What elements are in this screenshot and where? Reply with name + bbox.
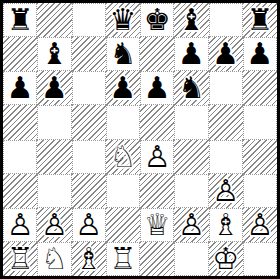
square-b6[interactable]: ♟ (37, 71, 71, 105)
black-knight: ♞ (178, 73, 205, 103)
square-g1[interactable]: ♔ (209, 242, 243, 276)
square-e1[interactable] (140, 242, 174, 276)
black-queen: ♛ (109, 5, 136, 35)
square-b7[interactable]: ♝ (37, 37, 71, 71)
black-pawn: ♟ (7, 73, 34, 103)
square-b3[interactable] (37, 174, 71, 208)
square-c8[interactable] (72, 3, 106, 37)
square-b2[interactable]: ♙ (37, 208, 71, 242)
square-d2[interactable] (106, 208, 140, 242)
square-g6[interactable] (209, 71, 243, 105)
square-a5[interactable] (3, 105, 37, 139)
white-pawn: ♙ (7, 210, 34, 240)
square-c5[interactable] (72, 105, 106, 139)
square-h8[interactable]: ♜ (243, 3, 277, 37)
square-g3[interactable]: ♙ (209, 174, 243, 208)
square-d4[interactable]: ♘ (106, 140, 140, 174)
square-g7[interactable]: ♟ (209, 37, 243, 71)
white-pawn: ♙ (41, 210, 68, 240)
black-pawn: ♟ (246, 39, 273, 69)
white-rook: ♖ (109, 244, 136, 274)
square-d6[interactable]: ♟ (106, 71, 140, 105)
square-e4[interactable]: ♙ (140, 140, 174, 174)
square-f1[interactable] (174, 242, 208, 276)
square-a3[interactable] (3, 174, 37, 208)
white-pawn: ♙ (212, 176, 239, 206)
white-rook: ♖ (7, 244, 34, 274)
white-pawn: ♙ (144, 142, 171, 172)
black-pawn: ♟ (144, 73, 171, 103)
black-pawn: ♟ (41, 73, 68, 103)
square-h4[interactable] (243, 140, 277, 174)
white-bishop: ♗ (212, 210, 239, 240)
white-pawn: ♙ (246, 210, 273, 240)
square-d5[interactable] (106, 105, 140, 139)
square-a6[interactable]: ♟ (3, 71, 37, 105)
square-e3[interactable] (140, 174, 174, 208)
square-f2[interactable]: ♙ (174, 208, 208, 242)
square-b1[interactable]: ♘ (37, 242, 71, 276)
square-e5[interactable] (140, 105, 174, 139)
square-g2[interactable]: ♗ (209, 208, 243, 242)
white-pawn: ♙ (178, 210, 205, 240)
black-king: ♚ (144, 5, 171, 35)
square-h1[interactable] (243, 242, 277, 276)
chess-diagram: ♜♛♚♝♜♝♞♟♟♟♟♟♟♟♞♘♙♙♙♙♙♕♙♗♙♖♘♗♖♔ (0, 0, 280, 279)
square-f3[interactable] (174, 174, 208, 208)
square-c1[interactable]: ♗ (72, 242, 106, 276)
square-d1[interactable]: ♖ (106, 242, 140, 276)
square-f7[interactable]: ♟ (174, 37, 208, 71)
black-rook: ♜ (7, 5, 34, 35)
black-pawn: ♟ (178, 39, 205, 69)
black-pawn: ♟ (109, 73, 136, 103)
square-f6[interactable]: ♞ (174, 71, 208, 105)
square-g5[interactable] (209, 105, 243, 139)
square-e8[interactable]: ♚ (140, 3, 174, 37)
white-knight: ♘ (41, 244, 68, 274)
square-a8[interactable]: ♜ (3, 3, 37, 37)
square-b8[interactable] (37, 3, 71, 37)
square-e2[interactable]: ♕ (140, 208, 174, 242)
square-h3[interactable] (243, 174, 277, 208)
square-c4[interactable] (72, 140, 106, 174)
square-h2[interactable]: ♙ (243, 208, 277, 242)
square-h7[interactable]: ♟ (243, 37, 277, 71)
square-d7[interactable]: ♞ (106, 37, 140, 71)
square-c3[interactable] (72, 174, 106, 208)
white-bishop: ♗ (75, 244, 102, 274)
white-knight: ♘ (109, 142, 136, 172)
black-pawn: ♟ (212, 39, 239, 69)
square-b4[interactable] (37, 140, 71, 174)
white-king: ♔ (212, 244, 239, 274)
square-c2[interactable]: ♙ (72, 208, 106, 242)
square-b5[interactable] (37, 105, 71, 139)
square-h6[interactable] (243, 71, 277, 105)
square-a2[interactable]: ♙ (3, 208, 37, 242)
white-queen: ♕ (144, 210, 171, 240)
square-c6[interactable] (72, 71, 106, 105)
square-g8[interactable] (209, 3, 243, 37)
square-e6[interactable]: ♟ (140, 71, 174, 105)
square-g4[interactable] (209, 140, 243, 174)
square-f8[interactable]: ♝ (174, 3, 208, 37)
square-f5[interactable] (174, 105, 208, 139)
square-c7[interactable] (72, 37, 106, 71)
square-d8[interactable]: ♛ (106, 3, 140, 37)
chess-board: ♜♛♚♝♜♝♞♟♟♟♟♟♟♟♞♘♙♙♙♙♙♕♙♗♙♖♘♗♖♔ (3, 3, 277, 276)
square-f4[interactable] (174, 140, 208, 174)
square-d3[interactable] (106, 174, 140, 208)
square-a7[interactable] (3, 37, 37, 71)
square-h5[interactable] (243, 105, 277, 139)
black-knight: ♞ (109, 39, 136, 69)
square-e7[interactable] (140, 37, 174, 71)
white-pawn: ♙ (75, 210, 102, 240)
square-a1[interactable]: ♖ (3, 242, 37, 276)
black-bishop: ♝ (178, 5, 205, 35)
black-bishop: ♝ (41, 39, 68, 69)
square-a4[interactable] (3, 140, 37, 174)
black-rook: ♜ (246, 5, 273, 35)
